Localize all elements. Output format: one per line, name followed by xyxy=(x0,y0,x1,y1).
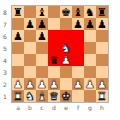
white-pawn-icon: ♟ xyxy=(49,79,59,90)
black-pawn-icon: ♟ xyxy=(37,19,47,30)
square-b6[interactable] xyxy=(24,30,36,42)
white-pawn-icon: ♟ xyxy=(97,79,107,90)
square-h6[interactable] xyxy=(96,30,108,42)
square-a5[interactable] xyxy=(12,42,24,54)
file-label-f: f xyxy=(72,104,84,113)
square-d3[interactable] xyxy=(48,66,60,78)
black-pawn-icon: ♟ xyxy=(25,19,35,30)
black-pawn-icon: ♟ xyxy=(85,19,95,30)
square-h5[interactable] xyxy=(96,42,108,54)
square-e5[interactable]: ♞ xyxy=(60,42,72,54)
square-e8[interactable]: ♚ xyxy=(60,6,72,18)
white-bishop-icon: ♝ xyxy=(37,91,47,102)
square-a1[interactable]: ♜ xyxy=(12,90,24,102)
square-e6[interactable] xyxy=(60,30,72,42)
square-b7[interactable]: ♟ xyxy=(24,18,36,30)
square-h8[interactable]: ♜ xyxy=(96,6,108,18)
black-queen-icon: ♛ xyxy=(49,55,59,66)
square-h7[interactable]: ♟ xyxy=(96,18,108,30)
file-labels: abcdefgh xyxy=(12,104,108,113)
black-bishop-icon: ♝ xyxy=(37,7,47,18)
square-a2[interactable]: ♟ xyxy=(12,78,24,90)
square-b2[interactable]: ♟ xyxy=(24,78,36,90)
rank-label-5: 5 xyxy=(0,42,10,54)
square-c1[interactable]: ♝ xyxy=(36,90,48,102)
black-rook-icon: ♜ xyxy=(13,7,23,18)
rank-label-8: 8 xyxy=(0,6,10,18)
white-pawn-icon: ♟ xyxy=(73,79,83,90)
square-g4[interactable] xyxy=(84,54,96,66)
square-e7[interactable] xyxy=(60,18,72,30)
square-b5[interactable] xyxy=(24,42,36,54)
rank-label-6: 6 xyxy=(0,30,10,42)
square-e4[interactable]: ♟ xyxy=(60,54,72,66)
square-d4[interactable]: ♛ xyxy=(48,54,60,66)
square-f1[interactable] xyxy=(72,90,84,102)
square-f6[interactable] xyxy=(72,30,84,42)
white-rook-icon: ♜ xyxy=(13,91,23,102)
white-queen-icon: ♛ xyxy=(49,91,59,102)
black-bishop-icon: ♝ xyxy=(73,7,83,18)
square-g2[interactable]: ♟ xyxy=(84,78,96,90)
rank-label-1: 1 xyxy=(0,90,10,102)
white-rook-icon: ♜ xyxy=(97,91,107,102)
square-g1[interactable] xyxy=(84,90,96,102)
white-king-icon: ♚ xyxy=(61,91,71,102)
white-pawn-icon: ♟ xyxy=(85,79,95,90)
square-f8[interactable]: ♝ xyxy=(72,6,84,18)
square-d2[interactable]: ♟ xyxy=(48,78,60,90)
square-a6[interactable]: ♟ xyxy=(12,30,24,42)
square-c4[interactable] xyxy=(36,54,48,66)
square-b1[interactable]: ♞ xyxy=(24,90,36,102)
file-label-a: a xyxy=(12,104,24,113)
black-knight-icon: ♞ xyxy=(85,7,95,18)
square-b3[interactable] xyxy=(24,66,36,78)
file-label-g: g xyxy=(84,104,96,113)
rank-label-7: 7 xyxy=(0,18,10,30)
square-g6[interactable] xyxy=(84,30,96,42)
white-pawn-icon: ♟ xyxy=(25,79,35,90)
file-label-e: e xyxy=(60,104,72,113)
square-a3[interactable] xyxy=(12,66,24,78)
black-pawn-icon: ♟ xyxy=(13,31,23,42)
square-d6[interactable] xyxy=(48,30,60,42)
white-pawn-icon: ♟ xyxy=(37,79,47,90)
black-king-icon: ♚ xyxy=(61,7,71,18)
square-b4[interactable] xyxy=(24,54,36,66)
square-d1[interactable]: ♛ xyxy=(48,90,60,102)
square-g5[interactable] xyxy=(84,42,96,54)
black-pawn-icon: ♟ xyxy=(37,31,47,42)
black-pawn-icon: ♟ xyxy=(97,19,107,30)
square-f3[interactable] xyxy=(72,66,84,78)
white-knight-icon: ♞ xyxy=(61,43,71,54)
square-d8[interactable] xyxy=(48,6,60,18)
black-pawn-icon: ♟ xyxy=(73,19,83,30)
square-g7[interactable]: ♟ xyxy=(84,18,96,30)
square-f5[interactable] xyxy=(72,42,84,54)
square-d7[interactable] xyxy=(48,18,60,30)
square-h4[interactable] xyxy=(96,54,108,66)
square-f2[interactable]: ♟ xyxy=(72,78,84,90)
file-label-d: d xyxy=(48,104,60,113)
square-h2[interactable]: ♟ xyxy=(96,78,108,90)
chess-board: ♜♝♚♝♞♜♟♟♟♟♟♟♟♞♛♟♟♟♟♟♟♟♟♜♞♝♛♚♜ xyxy=(11,5,109,103)
square-h1[interactable]: ♜ xyxy=(96,90,108,102)
square-c6[interactable]: ♟ xyxy=(36,30,48,42)
square-c8[interactable]: ♝ xyxy=(36,6,48,18)
square-a7[interactable] xyxy=(12,18,24,30)
file-label-h: h xyxy=(96,104,108,113)
square-c5[interactable] xyxy=(36,42,48,54)
square-a8[interactable]: ♜ xyxy=(12,6,24,18)
square-e1[interactable]: ♚ xyxy=(60,90,72,102)
square-a4[interactable] xyxy=(12,54,24,66)
rank-label-2: 2 xyxy=(0,78,10,90)
square-c7[interactable]: ♟ xyxy=(36,18,48,30)
file-label-c: c xyxy=(36,104,48,113)
white-pawn-icon: ♟ xyxy=(13,79,23,90)
square-f7[interactable]: ♟ xyxy=(72,18,84,30)
square-e2[interactable] xyxy=(60,78,72,90)
square-b8[interactable] xyxy=(24,6,36,18)
square-g8[interactable]: ♞ xyxy=(84,6,96,18)
square-g3[interactable] xyxy=(84,66,96,78)
white-pawn-icon: ♟ xyxy=(61,55,71,66)
square-c3[interactable] xyxy=(36,66,48,78)
square-d5[interactable] xyxy=(48,42,60,54)
square-e3[interactable] xyxy=(60,66,72,78)
square-h3[interactable] xyxy=(96,66,108,78)
square-c2[interactable]: ♟ xyxy=(36,78,48,90)
white-knight-icon: ♞ xyxy=(25,91,35,102)
rank-label-4: 4 xyxy=(0,54,10,66)
rank-label-3: 3 xyxy=(0,66,10,78)
rank-labels: 87654321 xyxy=(0,6,10,102)
black-rook-icon: ♜ xyxy=(97,7,107,18)
square-f4[interactable] xyxy=(72,54,84,66)
file-label-b: b xyxy=(24,104,36,113)
